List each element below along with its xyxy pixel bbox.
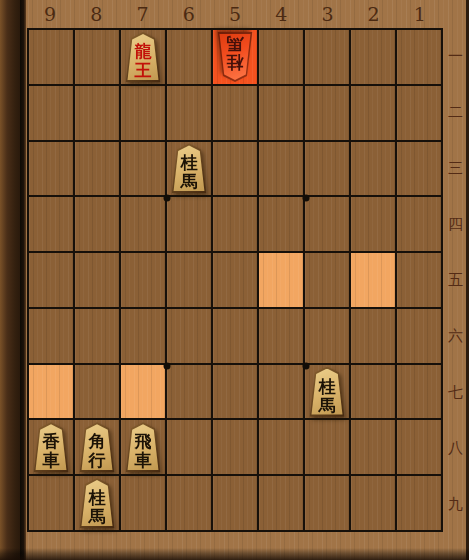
square-51[interactable]: 桂馬 <box>213 30 257 84</box>
square-21[interactable] <box>351 30 395 84</box>
rank-label-4: 四 <box>443 196 468 252</box>
square-69[interactable] <box>167 476 211 530</box>
square-15[interactable] <box>397 253 441 307</box>
square-12[interactable] <box>397 86 441 140</box>
square-64[interactable] <box>167 197 211 251</box>
file-label-2: 2 <box>351 0 397 27</box>
piece-sente-knight-63[interactable]: 桂馬 <box>169 143 209 193</box>
board-frame-left-edge <box>0 0 20 560</box>
rank-label-8: 八 <box>443 420 468 476</box>
square-71[interactable]: 龍王 <box>121 30 165 84</box>
square-78[interactable]: 飛車 <box>121 420 165 474</box>
square-57[interactable] <box>213 365 257 419</box>
square-68[interactable] <box>167 420 211 474</box>
square-87[interactable] <box>75 365 119 419</box>
piece-kanji: 桂馬 <box>215 32 255 82</box>
square-83[interactable] <box>75 142 119 196</box>
square-76[interactable] <box>121 309 165 363</box>
rank-label-9: 九 <box>443 476 468 532</box>
piece-kanji: 香車 <box>31 422 71 472</box>
square-46[interactable] <box>259 309 303 363</box>
square-35[interactable] <box>305 253 349 307</box>
square-17[interactable] <box>397 365 441 419</box>
square-31[interactable] <box>305 30 349 84</box>
piece-sente-knight-89[interactable]: 桂馬 <box>77 478 117 528</box>
rank-label-7: 七 <box>443 364 468 420</box>
square-36[interactable] <box>305 309 349 363</box>
piece-kanji: 龍王 <box>123 32 163 82</box>
rank-label-2: 二 <box>443 84 468 140</box>
file-label-4: 4 <box>258 0 304 27</box>
square-66[interactable] <box>167 309 211 363</box>
square-29[interactable] <box>351 476 395 530</box>
piece-sente-dragon-promoted-rook-71[interactable]: 龍王 <box>123 32 163 82</box>
square-47[interactable] <box>259 365 303 419</box>
shogi-app-window: 9 8 7 6 5 4 3 2 1 一 二 三 四 五 六 七 八 九 龍王桂馬… <box>0 0 469 560</box>
square-55[interactable] <box>213 253 257 307</box>
square-28[interactable] <box>351 420 395 474</box>
square-24[interactable] <box>351 197 395 251</box>
file-label-6: 6 <box>166 0 212 27</box>
rank-coordinate-labels: 一 二 三 四 五 六 七 八 九 <box>443 28 468 532</box>
square-58[interactable] <box>213 420 257 474</box>
square-74[interactable] <box>121 197 165 251</box>
square-94[interactable] <box>29 197 73 251</box>
square-63[interactable]: 桂馬 <box>167 142 211 196</box>
piece-gote-knight-51[interactable]: 桂馬 <box>215 32 255 82</box>
square-11[interactable] <box>397 30 441 84</box>
square-88[interactable]: 角行 <box>75 420 119 474</box>
square-52[interactable] <box>213 86 257 140</box>
piece-kanji: 桂馬 <box>169 143 209 193</box>
file-label-8: 8 <box>73 0 119 27</box>
square-89[interactable]: 桂馬 <box>75 476 119 530</box>
star-point-bottom-right <box>303 363 310 370</box>
square-75[interactable] <box>121 253 165 307</box>
piece-kanji: 角行 <box>77 422 117 472</box>
piece-sente-lance-98[interactable]: 香車 <box>31 422 71 472</box>
square-85[interactable] <box>75 253 119 307</box>
piece-sente-knight-37[interactable]: 桂馬 <box>307 367 347 417</box>
file-coordinate-labels: 9 8 7 6 5 4 3 2 1 <box>27 0 443 27</box>
piece-kanji: 飛車 <box>123 422 163 472</box>
piece-sente-bishop-88[interactable]: 角行 <box>77 422 117 472</box>
square-82[interactable] <box>75 86 119 140</box>
square-49[interactable] <box>259 476 303 530</box>
square-39[interactable] <box>305 476 349 530</box>
square-98[interactable]: 香車 <box>29 420 73 474</box>
square-18[interactable] <box>397 420 441 474</box>
square-26[interactable] <box>351 309 395 363</box>
square-27[interactable] <box>351 365 395 419</box>
square-48[interactable] <box>259 420 303 474</box>
file-label-5: 5 <box>212 0 258 27</box>
board-frame-bottom-bevel <box>0 548 469 560</box>
square-81[interactable] <box>75 30 119 84</box>
square-59[interactable] <box>213 476 257 530</box>
piece-kanji: 桂馬 <box>77 478 117 528</box>
square-23[interactable] <box>351 142 395 196</box>
square-62[interactable] <box>167 86 211 140</box>
square-97[interactable] <box>29 365 73 419</box>
square-79[interactable] <box>121 476 165 530</box>
square-42[interactable] <box>259 86 303 140</box>
square-34[interactable] <box>305 197 349 251</box>
square-65[interactable] <box>167 253 211 307</box>
square-99[interactable] <box>29 476 73 530</box>
star-point-top-left <box>164 195 171 202</box>
square-56[interactable] <box>213 309 257 363</box>
rank-label-5: 五 <box>443 252 468 308</box>
file-label-1: 1 <box>397 0 443 27</box>
square-61[interactable] <box>167 30 211 84</box>
square-53[interactable] <box>213 142 257 196</box>
file-label-7: 7 <box>119 0 165 27</box>
square-19[interactable] <box>397 476 441 530</box>
square-14[interactable] <box>397 197 441 251</box>
star-point-top-right <box>303 195 310 202</box>
file-label-3: 3 <box>304 0 350 27</box>
square-73[interactable] <box>121 142 165 196</box>
square-92[interactable] <box>29 86 73 140</box>
square-13[interactable] <box>397 142 441 196</box>
board-frame-left-shadow <box>20 0 26 560</box>
square-84[interactable] <box>75 197 119 251</box>
square-91[interactable] <box>29 30 73 84</box>
square-86[interactable] <box>75 309 119 363</box>
square-67[interactable] <box>167 365 211 419</box>
piece-sente-rook-78[interactable]: 飛車 <box>123 422 163 472</box>
square-95[interactable] <box>29 253 73 307</box>
square-25[interactable] <box>351 253 395 307</box>
rank-label-6: 六 <box>443 308 468 364</box>
shogi-board: 龍王桂馬桂馬桂馬香車角行飛車桂馬 <box>27 28 443 532</box>
square-45[interactable] <box>259 253 303 307</box>
star-point-bottom-left <box>164 363 171 370</box>
square-38[interactable] <box>305 420 349 474</box>
rank-label-3: 三 <box>443 140 468 196</box>
square-41[interactable] <box>259 30 303 84</box>
file-label-9: 9 <box>27 0 73 27</box>
square-44[interactable] <box>259 197 303 251</box>
square-72[interactable] <box>121 86 165 140</box>
square-37[interactable]: 桂馬 <box>305 365 349 419</box>
piece-kanji: 桂馬 <box>307 367 347 417</box>
square-22[interactable] <box>351 86 395 140</box>
square-32[interactable] <box>305 86 349 140</box>
square-93[interactable] <box>29 142 73 196</box>
square-43[interactable] <box>259 142 303 196</box>
square-16[interactable] <box>397 309 441 363</box>
square-54[interactable] <box>213 197 257 251</box>
rank-label-1: 一 <box>443 28 468 84</box>
square-77[interactable] <box>121 365 165 419</box>
square-33[interactable] <box>305 142 349 196</box>
square-96[interactable] <box>29 309 73 363</box>
